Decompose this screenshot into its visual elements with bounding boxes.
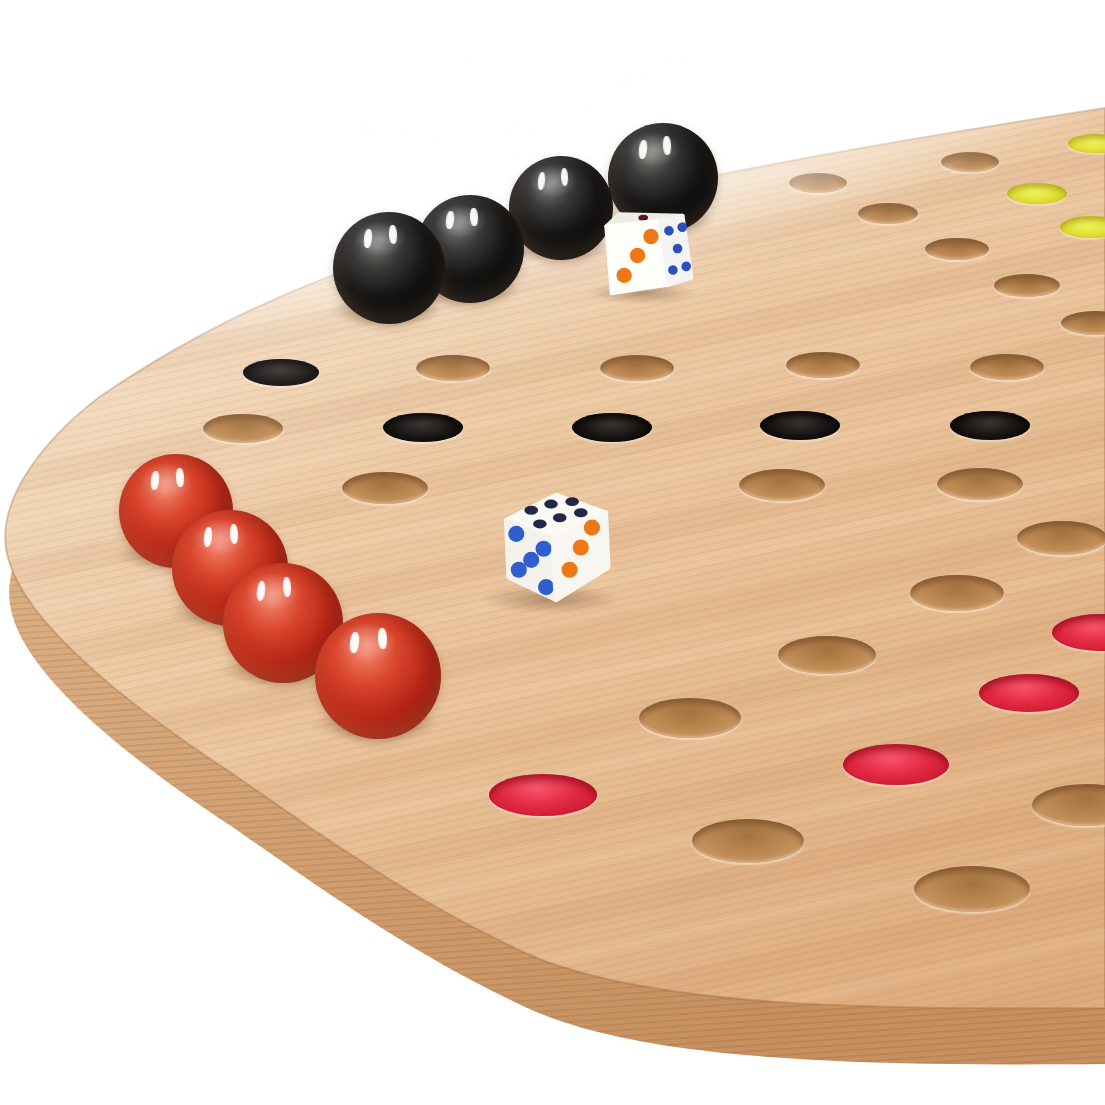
marble-sheen xyxy=(193,519,249,556)
marble-sheen xyxy=(528,164,578,197)
marble-sheen xyxy=(140,463,195,499)
die-faces xyxy=(494,483,618,607)
marble-sheen xyxy=(353,221,407,257)
marble-sheen xyxy=(435,204,487,239)
marble-sheen xyxy=(245,573,303,611)
pieces-layer xyxy=(0,0,1105,1105)
die-faces xyxy=(598,203,699,304)
marble-reflection xyxy=(470,208,478,227)
marble-sheen xyxy=(628,132,681,167)
die-1[interactable] xyxy=(598,203,699,304)
red-marble[interactable] xyxy=(315,613,441,739)
black-marble[interactable] xyxy=(333,212,445,324)
marble-reflection xyxy=(389,225,398,244)
marble-reflection xyxy=(663,136,672,155)
marble-sheen xyxy=(338,623,398,663)
marble-reflection xyxy=(377,628,387,650)
die-2[interactable] xyxy=(494,483,618,607)
board-photo-stage xyxy=(0,0,1105,1105)
